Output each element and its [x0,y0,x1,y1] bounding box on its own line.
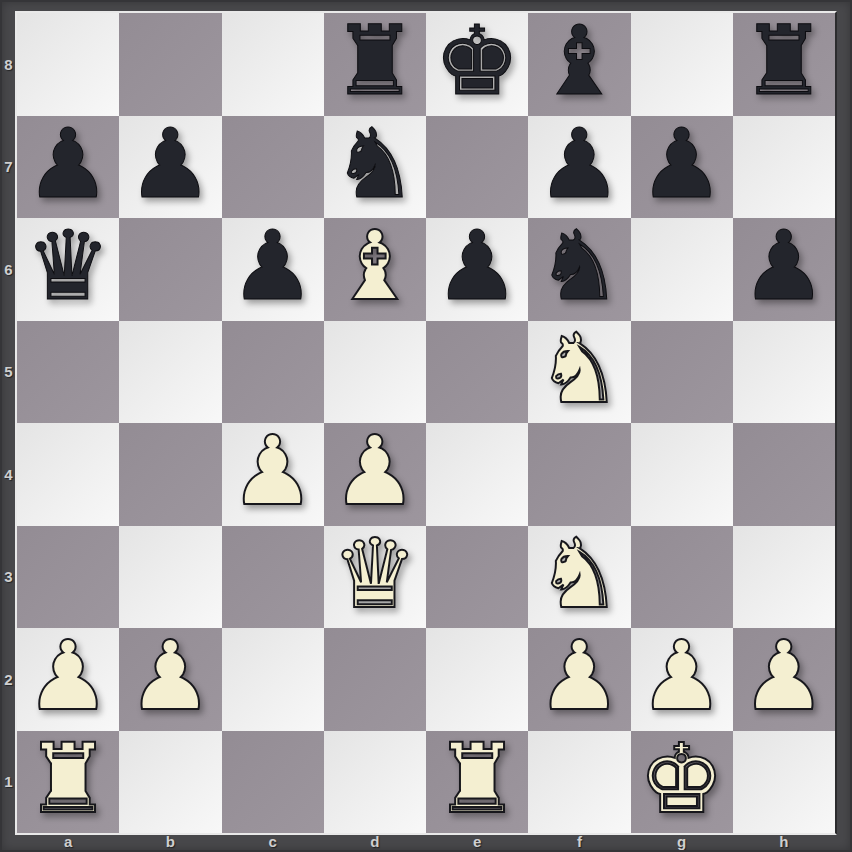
square-d2[interactable] [324,628,426,731]
square-d5[interactable] [324,321,426,424]
file-label: a [17,833,119,850]
rank-label: 1 [2,731,15,834]
rank-label: 8 [2,13,15,116]
square-c4[interactable]: ♟ [222,423,324,526]
file-label: h [733,833,835,850]
file-label: d [324,833,426,850]
white-knight-piece[interactable]: ♞ [536,321,622,417]
square-g6[interactable] [631,218,733,321]
square-e6[interactable]: ♟ [426,218,528,321]
file-label: g [631,833,733,850]
square-e4[interactable] [426,423,528,526]
square-f5[interactable]: ♞ [528,321,630,424]
white-pawn-piece[interactable]: ♟ [230,423,316,519]
black-knight-piece[interactable]: ♞ [536,218,622,314]
square-a8[interactable] [17,13,119,116]
black-pawn-piece[interactable]: ♟ [230,218,316,314]
black-bishop-piece[interactable]: ♝ [536,13,622,109]
square-c1[interactable] [222,731,324,834]
board-frame: 87654321 ♜♚♝♜♟♟♞♟♟♛♟♝♟♞♟♞♟♟♛♞♟♟♟♟♟♜♜♚ ab… [0,0,852,852]
square-f6[interactable]: ♞ [528,218,630,321]
square-a6[interactable]: ♛ [17,218,119,321]
square-g7[interactable]: ♟ [631,116,733,219]
square-e5[interactable] [426,321,528,424]
rank-label: 5 [2,321,15,424]
white-rook-piece[interactable]: ♜ [25,731,111,827]
square-f3[interactable]: ♞ [528,526,630,629]
square-f2[interactable]: ♟ [528,628,630,731]
white-pawn-piece[interactable]: ♟ [639,628,725,724]
file-label: b [119,833,221,850]
square-g8[interactable] [631,13,733,116]
square-f1[interactable] [528,731,630,834]
square-d8[interactable]: ♜ [324,13,426,116]
chess-board: ♜♚♝♜♟♟♞♟♟♛♟♝♟♞♟♞♟♟♛♞♟♟♟♟♟♜♜♚ [15,11,837,835]
white-rook-piece[interactable]: ♜ [434,731,520,827]
square-h7[interactable] [733,116,835,219]
black-pawn-piece[interactable]: ♟ [127,116,213,212]
square-h4[interactable] [733,423,835,526]
square-a2[interactable]: ♟ [17,628,119,731]
rank-label: 2 [2,628,15,731]
square-d7[interactable]: ♞ [324,116,426,219]
white-queen-piece[interactable]: ♛ [332,526,418,622]
square-g5[interactable] [631,321,733,424]
black-pawn-piece[interactable]: ♟ [536,116,622,212]
white-bishop-piece[interactable]: ♝ [332,218,418,314]
file-label: e [426,833,528,850]
square-g4[interactable] [631,423,733,526]
square-e3[interactable] [426,526,528,629]
square-c5[interactable] [222,321,324,424]
square-c2[interactable] [222,628,324,731]
white-knight-piece[interactable]: ♞ [536,526,622,622]
square-b4[interactable] [119,423,221,526]
square-h5[interactable] [733,321,835,424]
black-king-piece[interactable]: ♚ [434,13,520,109]
square-b5[interactable] [119,321,221,424]
file-labels: abcdefgh [17,833,835,848]
black-rook-piece[interactable]: ♜ [332,13,418,109]
black-pawn-piece[interactable]: ♟ [639,116,725,212]
rank-label: 4 [2,423,15,526]
black-rook-piece[interactable]: ♜ [741,13,827,109]
square-a5[interactable] [17,321,119,424]
square-f8[interactable]: ♝ [528,13,630,116]
square-e7[interactable] [426,116,528,219]
rank-label: 6 [2,218,15,321]
white-pawn-piece[interactable]: ♟ [741,628,827,724]
square-f7[interactable]: ♟ [528,116,630,219]
black-pawn-piece[interactable]: ♟ [25,116,111,212]
square-b1[interactable] [119,731,221,834]
square-b8[interactable] [119,13,221,116]
square-a7[interactable]: ♟ [17,116,119,219]
square-d6[interactable]: ♝ [324,218,426,321]
black-pawn-piece[interactable]: ♟ [434,218,520,314]
white-pawn-piece[interactable]: ♟ [25,628,111,724]
square-b6[interactable] [119,218,221,321]
square-b2[interactable]: ♟ [119,628,221,731]
square-h8[interactable]: ♜ [733,13,835,116]
square-c7[interactable] [222,116,324,219]
white-king-piece[interactable]: ♚ [639,731,725,827]
square-f4[interactable] [528,423,630,526]
square-g3[interactable] [631,526,733,629]
file-label: f [528,833,630,850]
square-a3[interactable] [17,526,119,629]
square-d4[interactable]: ♟ [324,423,426,526]
square-h6[interactable]: ♟ [733,218,835,321]
square-c6[interactable]: ♟ [222,218,324,321]
square-e2[interactable] [426,628,528,731]
square-a4[interactable] [17,423,119,526]
square-g1[interactable]: ♚ [631,731,733,834]
white-pawn-piece[interactable]: ♟ [536,628,622,724]
square-h3[interactable] [733,526,835,629]
black-knight-piece[interactable]: ♞ [332,116,418,212]
square-d3[interactable]: ♛ [324,526,426,629]
file-label: c [222,833,324,850]
white-pawn-piece[interactable]: ♟ [127,628,213,724]
square-e1[interactable]: ♜ [426,731,528,834]
square-b7[interactable]: ♟ [119,116,221,219]
square-g2[interactable]: ♟ [631,628,733,731]
square-a1[interactable]: ♜ [17,731,119,834]
square-b3[interactable] [119,526,221,629]
square-e8[interactable]: ♚ [426,13,528,116]
rank-labels: 87654321 [2,13,15,833]
rank-label: 7 [2,116,15,219]
black-queen-piece[interactable]: ♛ [25,218,111,314]
square-h2[interactable]: ♟ [733,628,835,731]
square-h1[interactable] [733,731,835,834]
rank-label: 3 [2,526,15,629]
square-d1[interactable] [324,731,426,834]
white-pawn-piece[interactable]: ♟ [332,423,418,519]
square-c8[interactable] [222,13,324,116]
black-pawn-piece[interactable]: ♟ [741,218,827,314]
square-c3[interactable] [222,526,324,629]
